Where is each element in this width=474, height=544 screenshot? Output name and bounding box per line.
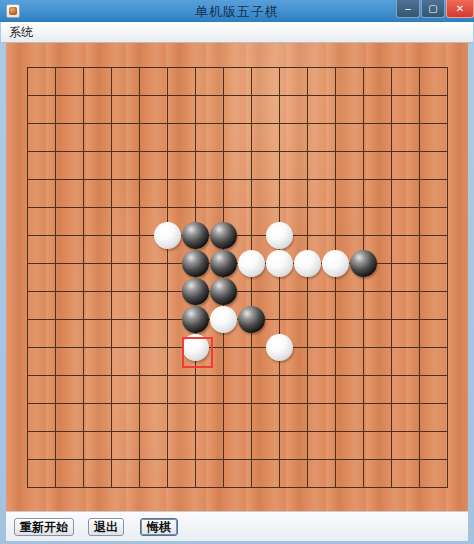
board-cell[interactable] [224, 432, 252, 460]
board-cell[interactable] [56, 376, 84, 404]
board-cell[interactable] [252, 236, 280, 264]
board-cell[interactable] [56, 320, 84, 348]
board-cell[interactable] [392, 292, 420, 320]
board-cell[interactable] [84, 68, 112, 96]
board-grid[interactable] [27, 67, 448, 488]
board-cell[interactable] [84, 404, 112, 432]
board-cell[interactable] [280, 180, 308, 208]
board-cell[interactable] [140, 152, 168, 180]
board-cell[interactable] [112, 236, 140, 264]
board-cell[interactable] [140, 124, 168, 152]
board-cell[interactable] [56, 236, 84, 264]
board-cell[interactable] [364, 460, 392, 488]
board-cell[interactable] [392, 264, 420, 292]
board-cell[interactable] [140, 348, 168, 376]
board-cell[interactable] [336, 264, 364, 292]
board-cell[interactable] [280, 348, 308, 376]
board-cell[interactable] [392, 432, 420, 460]
board-cell[interactable] [112, 432, 140, 460]
board-cell[interactable] [252, 404, 280, 432]
board-cell[interactable] [336, 292, 364, 320]
board-cell[interactable] [196, 404, 224, 432]
board-cell[interactable] [84, 264, 112, 292]
board-cell[interactable] [392, 348, 420, 376]
board-cell[interactable] [420, 460, 448, 488]
board-cell[interactable] [196, 264, 224, 292]
board-cell[interactable] [140, 208, 168, 236]
board-cell[interactable] [336, 96, 364, 124]
board-cell[interactable] [112, 68, 140, 96]
board-cell[interactable] [112, 320, 140, 348]
board-cell[interactable] [336, 404, 364, 432]
board-cell[interactable] [196, 180, 224, 208]
board-cell[interactable] [280, 264, 308, 292]
board-cell[interactable] [168, 432, 196, 460]
board-cell[interactable] [196, 348, 224, 376]
board-cell[interactable] [140, 264, 168, 292]
board-cell[interactable] [252, 180, 280, 208]
board-cell[interactable] [420, 292, 448, 320]
board-cell[interactable] [140, 236, 168, 264]
board-cell[interactable] [112, 376, 140, 404]
board-cell[interactable] [252, 264, 280, 292]
board-cell[interactable] [420, 236, 448, 264]
minimize-button[interactable]: – [396, 0, 420, 18]
board-cell[interactable] [224, 376, 252, 404]
board-cell[interactable] [112, 96, 140, 124]
board-cell[interactable] [56, 180, 84, 208]
board-cell[interactable] [420, 264, 448, 292]
board-cell[interactable] [84, 432, 112, 460]
board-cell[interactable] [56, 152, 84, 180]
board-cell[interactable] [112, 180, 140, 208]
board-cell[interactable] [280, 68, 308, 96]
board-cell[interactable] [252, 292, 280, 320]
board-cell[interactable] [84, 460, 112, 488]
board-cell[interactable] [308, 208, 336, 236]
board-cell[interactable] [28, 348, 56, 376]
board-cell[interactable] [252, 460, 280, 488]
board-cell[interactable] [420, 152, 448, 180]
close-button[interactable]: ✕ [446, 0, 474, 18]
board-cell[interactable] [168, 264, 196, 292]
board-cell[interactable] [56, 292, 84, 320]
board-cell[interactable] [112, 292, 140, 320]
board-cell[interactable] [280, 208, 308, 236]
board-cell[interactable] [336, 152, 364, 180]
board-cell[interactable] [196, 124, 224, 152]
board-cell[interactable] [364, 264, 392, 292]
board-cell[interactable] [168, 124, 196, 152]
board-cell[interactable] [364, 124, 392, 152]
board-cell[interactable] [224, 152, 252, 180]
board-cell[interactable] [336, 460, 364, 488]
board-cell[interactable] [420, 180, 448, 208]
board-cell[interactable] [308, 320, 336, 348]
board-cell[interactable] [336, 208, 364, 236]
menu-item-system[interactable]: 系统 [1, 22, 41, 43]
board-cell[interactable] [308, 68, 336, 96]
board-cell[interactable] [196, 152, 224, 180]
board-cell[interactable] [168, 376, 196, 404]
board-cell[interactable] [140, 432, 168, 460]
board-cell[interactable] [336, 124, 364, 152]
board-cell[interactable] [280, 376, 308, 404]
board-cell[interactable] [28, 96, 56, 124]
board-cell[interactable] [364, 180, 392, 208]
board-cell[interactable] [420, 68, 448, 96]
board-cell[interactable] [56, 124, 84, 152]
board-cell[interactable] [56, 460, 84, 488]
board-cell[interactable] [224, 68, 252, 96]
board-cell[interactable] [28, 432, 56, 460]
board-cell[interactable] [252, 96, 280, 124]
board-cell[interactable] [28, 376, 56, 404]
board-cell[interactable] [280, 96, 308, 124]
board-cell[interactable] [56, 68, 84, 96]
board-cell[interactable] [392, 404, 420, 432]
board-cell[interactable] [308, 96, 336, 124]
board-cell[interactable] [308, 404, 336, 432]
board-cell[interactable] [280, 236, 308, 264]
board-cell[interactable] [84, 96, 112, 124]
board-cell[interactable] [364, 96, 392, 124]
board-cell[interactable] [168, 68, 196, 96]
board-panel [6, 43, 468, 511]
board-cell[interactable] [336, 236, 364, 264]
board-cell[interactable] [364, 68, 392, 96]
board-cell[interactable] [56, 208, 84, 236]
board-cell[interactable] [224, 124, 252, 152]
board-cell[interactable] [308, 376, 336, 404]
board-cell[interactable] [112, 404, 140, 432]
title-bar: 单机版五子棋 – ▢ ✕ [0, 0, 474, 22]
board-cell[interactable] [420, 404, 448, 432]
board-cell[interactable] [364, 376, 392, 404]
board-cell[interactable] [196, 96, 224, 124]
board-cell[interactable] [56, 264, 84, 292]
board-cell[interactable] [28, 264, 56, 292]
board-cell[interactable] [56, 432, 84, 460]
board-cell[interactable] [84, 208, 112, 236]
board-cell[interactable] [364, 208, 392, 236]
board-cell[interactable] [56, 404, 84, 432]
board-cell[interactable] [28, 68, 56, 96]
board-cell[interactable] [420, 348, 448, 376]
board-cell[interactable] [364, 432, 392, 460]
board-cell[interactable] [392, 152, 420, 180]
board-cell[interactable] [364, 292, 392, 320]
board-cell[interactable] [420, 208, 448, 236]
board-cell[interactable] [420, 124, 448, 152]
board-cell[interactable] [224, 460, 252, 488]
board-cell[interactable] [224, 348, 252, 376]
board-cell[interactable] [392, 96, 420, 124]
board-cell[interactable] [84, 180, 112, 208]
board-cell[interactable] [392, 180, 420, 208]
board-cell[interactable] [308, 292, 336, 320]
board-cell[interactable] [308, 236, 336, 264]
board-cell[interactable] [224, 264, 252, 292]
board-cell[interactable] [420, 320, 448, 348]
board-cell[interactable] [196, 68, 224, 96]
board-cell[interactable] [140, 320, 168, 348]
board-cell[interactable] [28, 208, 56, 236]
board-cell[interactable] [392, 208, 420, 236]
board-cell[interactable] [224, 96, 252, 124]
board-cell[interactable] [252, 376, 280, 404]
board-cell[interactable] [28, 180, 56, 208]
board-area [27, 67, 448, 488]
board-cell[interactable] [196, 320, 224, 348]
board-cell[interactable] [336, 180, 364, 208]
board-cell[interactable] [28, 124, 56, 152]
board-cell[interactable] [280, 124, 308, 152]
board-cell[interactable] [420, 376, 448, 404]
board-cell[interactable] [224, 404, 252, 432]
board-cell[interactable] [280, 404, 308, 432]
board-cell[interactable] [28, 320, 56, 348]
restart-button[interactable]: 重新开始 [14, 518, 74, 536]
board-cell[interactable] [140, 460, 168, 488]
board-cell[interactable] [56, 96, 84, 124]
board-cell[interactable] [420, 96, 448, 124]
board-cell[interactable] [196, 208, 224, 236]
board-cell[interactable] [392, 236, 420, 264]
exit-button[interactable]: 退出 [88, 518, 124, 536]
board-cell[interactable] [140, 404, 168, 432]
board-cell[interactable] [364, 152, 392, 180]
board-cell[interactable] [308, 152, 336, 180]
board-cell[interactable] [364, 320, 392, 348]
board-cell[interactable] [280, 292, 308, 320]
board-cell[interactable] [28, 460, 56, 488]
board-cell[interactable] [168, 320, 196, 348]
board-cell[interactable] [112, 348, 140, 376]
board-cell[interactable] [392, 460, 420, 488]
board-cell[interactable] [308, 432, 336, 460]
board-cell[interactable] [252, 348, 280, 376]
board-cell[interactable] [224, 180, 252, 208]
board-cell[interactable] [84, 376, 112, 404]
board-cell[interactable] [336, 68, 364, 96]
board-cell[interactable] [224, 320, 252, 348]
undo-move-button[interactable]: 悔棋 [140, 518, 178, 536]
board-cell[interactable] [336, 348, 364, 376]
board-cell[interactable] [392, 68, 420, 96]
board-cell[interactable] [28, 236, 56, 264]
board-cell[interactable] [84, 236, 112, 264]
board-cell[interactable] [112, 460, 140, 488]
board-cell[interactable] [280, 320, 308, 348]
board-cell[interactable] [364, 236, 392, 264]
board-cell[interactable] [28, 404, 56, 432]
board-cell[interactable] [420, 432, 448, 460]
board-cell[interactable] [196, 376, 224, 404]
button-panel: 重新开始 退出 悔棋 [6, 511, 468, 541]
board-cell[interactable] [168, 236, 196, 264]
board-cell[interactable] [168, 404, 196, 432]
board-cell[interactable] [308, 264, 336, 292]
board-cell[interactable] [28, 292, 56, 320]
board-cell[interactable] [336, 376, 364, 404]
board-cell[interactable] [140, 292, 168, 320]
board-cell[interactable] [112, 152, 140, 180]
board-cell[interactable] [252, 432, 280, 460]
board-cell[interactable] [392, 320, 420, 348]
board-cell[interactable] [168, 348, 196, 376]
window-controls: – ▢ ✕ [395, 0, 474, 18]
board-cell[interactable] [280, 432, 308, 460]
board-cell[interactable] [392, 376, 420, 404]
board-cell[interactable] [336, 432, 364, 460]
board-cell[interactable] [140, 376, 168, 404]
board-cell[interactable] [84, 124, 112, 152]
board-cell[interactable] [252, 320, 280, 348]
board-cell[interactable] [252, 208, 280, 236]
board-cell[interactable] [168, 292, 196, 320]
board-cell[interactable] [140, 68, 168, 96]
board-cell[interactable] [112, 124, 140, 152]
board-cell[interactable] [308, 460, 336, 488]
board-cell[interactable] [28, 152, 56, 180]
board-cell[interactable] [224, 208, 252, 236]
board-cell[interactable] [280, 460, 308, 488]
board-cell[interactable] [140, 180, 168, 208]
board-cell[interactable] [224, 236, 252, 264]
board-cell[interactable] [84, 292, 112, 320]
board-cell[interactable] [252, 68, 280, 96]
app-window: 单机版五子棋 – ▢ ✕ 系统 重新开始 退出 悔棋 [0, 0, 474, 544]
maximize-button[interactable]: ▢ [421, 0, 445, 18]
board-cell[interactable] [196, 432, 224, 460]
board-cell[interactable] [196, 460, 224, 488]
board-cell[interactable] [252, 124, 280, 152]
menu-bar: 系统 [1, 22, 473, 43]
board-cell[interactable] [84, 152, 112, 180]
board-cell[interactable] [56, 348, 84, 376]
board-cell[interactable] [196, 236, 224, 264]
board-cell[interactable] [84, 348, 112, 376]
board-cell[interactable] [112, 264, 140, 292]
board-cell[interactable] [168, 152, 196, 180]
board-cell[interactable] [252, 152, 280, 180]
board-cell[interactable] [280, 152, 308, 180]
board-cell[interactable] [392, 124, 420, 152]
board-cell[interactable] [336, 320, 364, 348]
board-cell[interactable] [168, 96, 196, 124]
board-cell[interactable] [224, 292, 252, 320]
board-cell[interactable] [308, 180, 336, 208]
board-cell[interactable] [168, 180, 196, 208]
board-cell[interactable] [168, 460, 196, 488]
board-cell[interactable] [196, 292, 224, 320]
board-cell[interactable] [308, 124, 336, 152]
board-cell[interactable] [84, 320, 112, 348]
board-cell[interactable] [364, 348, 392, 376]
board-cell[interactable] [168, 208, 196, 236]
board-cell[interactable] [364, 404, 392, 432]
board-cell[interactable] [140, 96, 168, 124]
board-cell[interactable] [308, 348, 336, 376]
board-cell[interactable] [112, 208, 140, 236]
